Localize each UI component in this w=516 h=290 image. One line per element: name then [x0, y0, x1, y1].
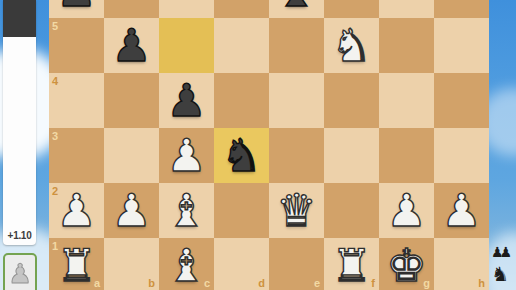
- square-b4[interactable]: [104, 73, 159, 128]
- square-g3[interactable]: [379, 128, 434, 183]
- rank-label-5: 5: [52, 20, 58, 32]
- square-e1[interactable]: e: [269, 238, 324, 290]
- square-c6[interactable]: [159, 0, 214, 18]
- square-f5[interactable]: ♞: [324, 18, 379, 73]
- square-f1[interactable]: f♜: [324, 238, 379, 290]
- file-label-h: h: [478, 277, 485, 289]
- white-king-g1[interactable]: ♚: [379, 238, 434, 290]
- captured-pawns: ♟♟: [491, 243, 508, 261]
- black-pawn-b5[interactable]: ♟: [104, 18, 159, 73]
- square-c3[interactable]: ♟: [159, 128, 214, 183]
- black-pawn-c4[interactable]: ♟: [159, 73, 214, 128]
- white-bishop-c2[interactable]: ♝: [159, 183, 214, 238]
- file-label-b: b: [148, 277, 155, 289]
- chess-board: 6♟♝5♟♞4♟3♟♞2♟♟♝♛♟♟1a♜bc♝def♜g♚h: [49, 0, 489, 290]
- white-knight-f5[interactable]: ♞: [324, 18, 379, 73]
- captured-pieces-tray: ♟♟ ♞: [491, 243, 516, 285]
- square-a4[interactable]: 4: [49, 73, 104, 128]
- square-f4[interactable]: [324, 73, 379, 128]
- white-pawn-h2[interactable]: ♟: [434, 183, 489, 238]
- square-f3[interactable]: [324, 128, 379, 183]
- square-c2[interactable]: ♝: [159, 183, 214, 238]
- white-bishop-c1[interactable]: ♝: [159, 238, 214, 290]
- white-queen-e2[interactable]: ♛: [269, 183, 324, 238]
- ghost-pawn-icon: ♟: [8, 255, 32, 290]
- square-e5[interactable]: [269, 18, 324, 73]
- square-a5[interactable]: 5: [49, 18, 104, 73]
- square-d6[interactable]: [214, 0, 269, 18]
- rank-label-3: 3: [52, 130, 58, 142]
- square-a6[interactable]: 6♟: [49, 0, 104, 18]
- square-h1[interactable]: h: [434, 238, 489, 290]
- captured-knight-icon: ♞: [491, 263, 509, 285]
- square-d1[interactable]: d: [214, 238, 269, 290]
- square-g4[interactable]: [379, 73, 434, 128]
- square-c5[interactable]: [159, 18, 214, 73]
- captured-pawn-icon: ♟: [500, 243, 509, 261]
- black-bishop-e6[interactable]: ♝: [269, 0, 324, 18]
- square-g2[interactable]: ♟: [379, 183, 434, 238]
- square-g1[interactable]: g♚: [379, 238, 434, 290]
- square-g5[interactable]: [379, 18, 434, 73]
- square-b6[interactable]: [104, 0, 159, 18]
- white-pawn-b2[interactable]: ♟: [104, 183, 159, 238]
- square-d4[interactable]: [214, 73, 269, 128]
- square-e3[interactable]: [269, 128, 324, 183]
- square-h2[interactable]: ♟: [434, 183, 489, 238]
- square-d5[interactable]: [214, 18, 269, 73]
- square-f2[interactable]: [324, 183, 379, 238]
- square-h6[interactable]: [434, 0, 489, 18]
- square-f6[interactable]: [324, 0, 379, 18]
- square-a2[interactable]: 2♟: [49, 183, 104, 238]
- square-c1[interactable]: c♝: [159, 238, 214, 290]
- square-e2[interactable]: ♛: [269, 183, 324, 238]
- evaluation-score: +1.10: [3, 230, 36, 241]
- white-pawn-g2[interactable]: ♟: [379, 183, 434, 238]
- square-c4[interactable]: ♟: [159, 73, 214, 128]
- square-b5[interactable]: ♟: [104, 18, 159, 73]
- white-pawn-a2[interactable]: ♟: [49, 183, 104, 238]
- square-e6[interactable]: ♝: [269, 0, 324, 18]
- white-piece-tray[interactable]: ♟: [3, 253, 37, 290]
- white-rook-a1[interactable]: ♜: [49, 238, 104, 290]
- square-b1[interactable]: b: [104, 238, 159, 290]
- black-knight-d3[interactable]: ♞: [214, 128, 269, 183]
- white-rook-f1[interactable]: ♜: [324, 238, 379, 290]
- square-a1[interactable]: 1a♜: [49, 238, 104, 290]
- black-pawn-a6[interactable]: ♟: [49, 0, 104, 18]
- square-e4[interactable]: [269, 73, 324, 128]
- white-pawn-c3[interactable]: ♟: [159, 128, 214, 183]
- square-h5[interactable]: [434, 18, 489, 73]
- square-d3[interactable]: ♞: [214, 128, 269, 183]
- file-label-d: d: [258, 277, 265, 289]
- square-h4[interactable]: [434, 73, 489, 128]
- evaluation-bar-black-segment: [3, 0, 36, 37]
- evaluation-bar: +1.10: [3, 0, 36, 245]
- rank-label-4: 4: [52, 75, 58, 87]
- square-b3[interactable]: [104, 128, 159, 183]
- square-a3[interactable]: 3: [49, 128, 104, 183]
- file-label-e: e: [314, 277, 320, 289]
- captured-pawn-icon: ♟: [491, 243, 500, 261]
- square-g6[interactable]: [379, 0, 434, 18]
- square-h3[interactable]: [434, 128, 489, 183]
- square-d2[interactable]: [214, 183, 269, 238]
- square-b2[interactable]: ♟: [104, 183, 159, 238]
